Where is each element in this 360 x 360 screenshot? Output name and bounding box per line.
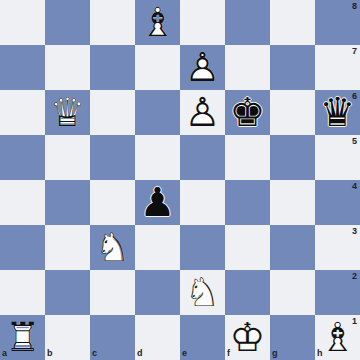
square-d4[interactable]: ♟ <box>135 180 180 225</box>
square-e8[interactable] <box>180 0 225 45</box>
coord-file-b: b <box>47 349 53 358</box>
square-g8[interactable] <box>270 0 315 45</box>
square-e7[interactable]: ♟♙ <box>180 45 225 90</box>
pawn-outline-glyph: ♙ <box>180 45 225 90</box>
square-d8[interactable]: ♝♗ <box>135 0 180 45</box>
square-g5[interactable] <box>270 135 315 180</box>
square-h7[interactable]: 7 <box>315 45 360 90</box>
square-f4[interactable] <box>225 180 270 225</box>
square-f2[interactable] <box>225 270 270 315</box>
white-rook-icon[interactable]: ♜♖ <box>0 315 45 360</box>
square-c4[interactable] <box>90 180 135 225</box>
square-c6[interactable] <box>90 90 135 135</box>
coord-rank-8: 8 <box>352 2 357 11</box>
square-a4[interactable] <box>0 180 45 225</box>
coord-rank-2: 2 <box>352 272 357 281</box>
king-outline-glyph: ♔ <box>225 315 270 360</box>
square-a8[interactable] <box>0 0 45 45</box>
square-h2[interactable]: 2 <box>315 270 360 315</box>
square-d6[interactable] <box>135 90 180 135</box>
white-bishop-icon[interactable]: ♝♗ <box>315 315 360 360</box>
square-a1[interactable]: a♜♖ <box>0 315 45 360</box>
square-f7[interactable] <box>225 45 270 90</box>
chess-board: ♝♗8♟♙7♛♕♟♙♚6♛5♟4♞♘3♞♘2a♜♖bcdef♚♔gh1♝♗ <box>0 0 360 360</box>
queen-fill-glyph: ♛ <box>315 90 360 135</box>
square-f1[interactable]: f♚♔ <box>225 315 270 360</box>
queen-outline-glyph: ♕ <box>45 90 90 135</box>
square-f5[interactable] <box>225 135 270 180</box>
square-d2[interactable] <box>135 270 180 315</box>
coord-file-d: d <box>137 349 143 358</box>
square-g7[interactable] <box>270 45 315 90</box>
square-b2[interactable] <box>45 270 90 315</box>
square-h6[interactable]: 6♛ <box>315 90 360 135</box>
pawn-outline-glyph: ♙ <box>180 90 225 135</box>
square-f8[interactable] <box>225 0 270 45</box>
rook-outline-glyph: ♖ <box>0 315 45 360</box>
square-c5[interactable] <box>90 135 135 180</box>
square-b7[interactable] <box>45 45 90 90</box>
square-b3[interactable] <box>45 225 90 270</box>
white-pawn-icon[interactable]: ♟♙ <box>180 45 225 90</box>
square-a5[interactable] <box>0 135 45 180</box>
coord-rank-3: 3 <box>352 227 357 236</box>
coord-file-g: g <box>272 349 278 358</box>
square-e5[interactable] <box>180 135 225 180</box>
square-g1[interactable]: g <box>270 315 315 360</box>
square-h8[interactable]: 8 <box>315 0 360 45</box>
square-c2[interactable] <box>90 270 135 315</box>
coord-rank-4: 4 <box>352 182 357 191</box>
square-b1[interactable]: b <box>45 315 90 360</box>
square-g2[interactable] <box>270 270 315 315</box>
white-pawn-icon[interactable]: ♟♙ <box>180 90 225 135</box>
coord-rank-7: 7 <box>352 47 357 56</box>
square-d5[interactable] <box>135 135 180 180</box>
square-h5[interactable]: 5 <box>315 135 360 180</box>
square-f3[interactable] <box>225 225 270 270</box>
square-b8[interactable] <box>45 0 90 45</box>
coord-file-c: c <box>92 349 97 358</box>
square-d3[interactable] <box>135 225 180 270</box>
black-queen-icon[interactable]: ♛ <box>315 90 360 135</box>
bishop-outline-glyph: ♗ <box>315 315 360 360</box>
square-a2[interactable] <box>0 270 45 315</box>
coord-file-e: e <box>182 349 187 358</box>
square-c8[interactable] <box>90 0 135 45</box>
square-b6[interactable]: ♛♕ <box>45 90 90 135</box>
knight-outline-glyph: ♘ <box>180 270 225 315</box>
black-king-icon[interactable]: ♚ <box>225 90 270 135</box>
square-g3[interactable] <box>270 225 315 270</box>
square-d1[interactable]: d <box>135 315 180 360</box>
bishop-outline-glyph: ♗ <box>135 0 180 45</box>
pawn-fill-glyph: ♟ <box>135 180 180 225</box>
coord-rank-5: 5 <box>352 137 357 146</box>
square-e1[interactable]: e <box>180 315 225 360</box>
square-g6[interactable] <box>270 90 315 135</box>
white-bishop-icon[interactable]: ♝♗ <box>135 0 180 45</box>
square-f6[interactable]: ♚ <box>225 90 270 135</box>
square-a7[interactable] <box>0 45 45 90</box>
square-e4[interactable] <box>180 180 225 225</box>
square-c3[interactable]: ♞♘ <box>90 225 135 270</box>
square-c1[interactable]: c <box>90 315 135 360</box>
white-knight-icon[interactable]: ♞♘ <box>90 225 135 270</box>
square-a3[interactable] <box>0 225 45 270</box>
square-h4[interactable]: 4 <box>315 180 360 225</box>
square-b4[interactable] <box>45 180 90 225</box>
square-a6[interactable] <box>0 90 45 135</box>
white-king-icon[interactable]: ♚♔ <box>225 315 270 360</box>
black-pawn-icon[interactable]: ♟ <box>135 180 180 225</box>
white-queen-icon[interactable]: ♛♕ <box>45 90 90 135</box>
square-d7[interactable] <box>135 45 180 90</box>
white-knight-icon[interactable]: ♞♘ <box>180 270 225 315</box>
square-e3[interactable] <box>180 225 225 270</box>
square-e6[interactable]: ♟♙ <box>180 90 225 135</box>
square-c7[interactable] <box>90 45 135 90</box>
king-fill-glyph: ♚ <box>225 90 270 135</box>
knight-outline-glyph: ♘ <box>90 225 135 270</box>
square-h1[interactable]: h1♝♗ <box>315 315 360 360</box>
square-b5[interactable] <box>45 135 90 180</box>
square-h3[interactable]: 3 <box>315 225 360 270</box>
square-e2[interactable]: ♞♘ <box>180 270 225 315</box>
square-g4[interactable] <box>270 180 315 225</box>
